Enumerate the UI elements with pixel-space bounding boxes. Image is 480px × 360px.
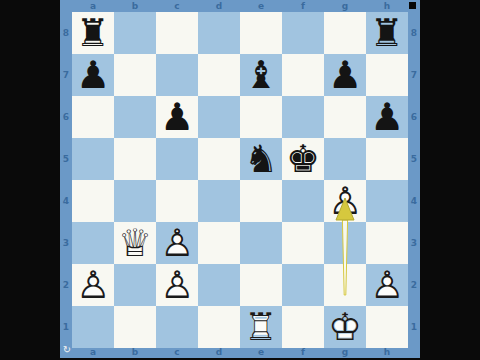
rank-label-3: 3	[60, 222, 72, 264]
knight-glyph: ♞	[240, 138, 282, 180]
rank-label-3: 3	[408, 222, 420, 264]
rank-label-2: 2	[408, 264, 420, 306]
square-g8[interactable]	[324, 12, 366, 54]
square-e1[interactable]: ♜♖	[240, 306, 282, 348]
square-e3[interactable]	[240, 222, 282, 264]
rank-label-1: 1	[408, 306, 420, 348]
square-e2[interactable]	[240, 264, 282, 306]
king-outline-glyph: ♔	[324, 306, 366, 348]
square-b5[interactable]	[114, 138, 156, 180]
rank-label-8: 8	[408, 12, 420, 54]
rank-label-7: 7	[60, 54, 72, 96]
king-glyph: ♚	[282, 138, 324, 180]
file-label-f: f	[282, 0, 324, 12]
square-e6[interactable]	[240, 96, 282, 138]
square-a1[interactable]	[72, 306, 114, 348]
square-d2[interactable]	[198, 264, 240, 306]
video-frame: abcdefgh abcdefgh 87654321 87654321 ♜♜♟♝…	[0, 0, 480, 360]
square-b2[interactable]	[114, 264, 156, 306]
square-g2[interactable]	[324, 264, 366, 306]
pawn-outline-glyph: ♙	[156, 264, 198, 306]
square-b6[interactable]	[114, 96, 156, 138]
white-pawn-c3[interactable]: ♟♙	[156, 222, 198, 264]
white-queen-b3[interactable]: ♛♕	[114, 222, 156, 264]
rank-label-4: 4	[60, 180, 72, 222]
corner-marker-icon	[409, 2, 416, 9]
black-pawn-h6[interactable]: ♟	[366, 96, 408, 138]
square-a8[interactable]: ♜	[72, 12, 114, 54]
white-rook-e1[interactable]: ♜♖	[240, 306, 282, 348]
rank-label-1: 1	[60, 306, 72, 348]
rank-label-6: 6	[60, 96, 72, 138]
pawn-outline-glyph: ♙	[366, 264, 408, 306]
chess-board: abcdefgh abcdefgh 87654321 87654321 ♜♜♟♝…	[60, 0, 420, 358]
file-label-d: d	[198, 0, 240, 12]
square-b1[interactable]	[114, 306, 156, 348]
square-d8[interactable]	[198, 12, 240, 54]
rank-label-6: 6	[408, 96, 420, 138]
square-g3[interactable]	[324, 222, 366, 264]
square-g4[interactable]: ♟♙	[324, 180, 366, 222]
rank-label-4: 4	[408, 180, 420, 222]
square-a6[interactable]	[72, 96, 114, 138]
square-h4[interactable]	[366, 180, 408, 222]
square-c2[interactable]: ♟♙	[156, 264, 198, 306]
square-c6[interactable]: ♟	[156, 96, 198, 138]
pawn-outline-glyph: ♙	[72, 264, 114, 306]
square-h5[interactable]	[366, 138, 408, 180]
square-g1[interactable]: ♚♔	[324, 306, 366, 348]
pawn-outline-glyph: ♙	[156, 222, 198, 264]
square-f4[interactable]	[282, 180, 324, 222]
white-pawn-a2[interactable]: ♟♙	[72, 264, 114, 306]
rook-glyph: ♜	[72, 12, 114, 54]
black-bishop-e7[interactable]: ♝	[240, 54, 282, 96]
rank-label-8: 8	[60, 12, 72, 54]
square-f5[interactable]: ♚	[282, 138, 324, 180]
square-d3[interactable]	[198, 222, 240, 264]
square-g5[interactable]	[324, 138, 366, 180]
square-b3[interactable]: ♛♕	[114, 222, 156, 264]
square-d7[interactable]	[198, 54, 240, 96]
square-f6[interactable]	[282, 96, 324, 138]
square-a5[interactable]	[72, 138, 114, 180]
pawn-glyph: ♟	[156, 96, 198, 138]
square-c1[interactable]	[156, 306, 198, 348]
square-f8[interactable]	[282, 12, 324, 54]
flip-board-icon[interactable]: ↻	[61, 344, 73, 356]
square-h8[interactable]: ♜	[366, 12, 408, 54]
square-e8[interactable]	[240, 12, 282, 54]
square-a2[interactable]: ♟♙	[72, 264, 114, 306]
square-a7[interactable]: ♟	[72, 54, 114, 96]
black-pawn-c6[interactable]: ♟	[156, 96, 198, 138]
square-e7[interactable]: ♝	[240, 54, 282, 96]
square-c3[interactable]: ♟♙	[156, 222, 198, 264]
black-rook-h8[interactable]: ♜	[366, 12, 408, 54]
black-pawn-g7[interactable]: ♟	[324, 54, 366, 96]
square-c8[interactable]	[156, 12, 198, 54]
white-pawn-c2[interactable]: ♟♙	[156, 264, 198, 306]
square-f1[interactable]	[282, 306, 324, 348]
pawn-glyph: ♟	[72, 54, 114, 96]
square-e4[interactable]	[240, 180, 282, 222]
square-f3[interactable]	[282, 222, 324, 264]
board-grid: ♜♜♟♝♟♟♟♞♚♟♙♛♕♟♙♟♙♟♙♟♙♜♖♚♔	[72, 12, 408, 348]
square-c4[interactable]	[156, 180, 198, 222]
black-knight-e5[interactable]: ♞	[240, 138, 282, 180]
bishop-glyph: ♝	[240, 54, 282, 96]
square-h6[interactable]: ♟	[366, 96, 408, 138]
square-b7[interactable]	[114, 54, 156, 96]
square-h7[interactable]	[366, 54, 408, 96]
pawn-glyph: ♟	[324, 54, 366, 96]
square-c7[interactable]	[156, 54, 198, 96]
rank-label-2: 2	[60, 264, 72, 306]
file-label-c: c	[156, 0, 198, 12]
square-g7[interactable]: ♟	[324, 54, 366, 96]
rank-labels-right: 87654321	[408, 12, 420, 348]
square-h1[interactable]	[366, 306, 408, 348]
square-d5[interactable]	[198, 138, 240, 180]
square-a4[interactable]	[72, 180, 114, 222]
pawn-glyph: ♟	[366, 96, 408, 138]
file-label-e: e	[240, 0, 282, 12]
white-pawn-g4[interactable]: ♟♙	[324, 180, 366, 222]
rank-label-5: 5	[60, 138, 72, 180]
rank-labels-left: 87654321	[60, 12, 72, 348]
square-e5[interactable]: ♞	[240, 138, 282, 180]
square-d4[interactable]	[198, 180, 240, 222]
square-d1[interactable]	[198, 306, 240, 348]
square-b4[interactable]	[114, 180, 156, 222]
rook-outline-glyph: ♖	[240, 306, 282, 348]
square-h3[interactable]	[366, 222, 408, 264]
white-pawn-h2[interactable]: ♟♙	[366, 264, 408, 306]
file-labels-top: abcdefgh	[72, 0, 408, 12]
square-c5[interactable]	[156, 138, 198, 180]
pawn-outline-glyph: ♙	[324, 180, 366, 222]
black-rook-a8[interactable]: ♜	[72, 12, 114, 54]
square-b8[interactable]	[114, 12, 156, 54]
black-king-f5[interactable]: ♚	[282, 138, 324, 180]
queen-outline-glyph: ♕	[114, 222, 156, 264]
square-d6[interactable]	[198, 96, 240, 138]
black-pawn-a7[interactable]: ♟	[72, 54, 114, 96]
rank-label-7: 7	[408, 54, 420, 96]
square-a3[interactable]	[72, 222, 114, 264]
rank-label-5: 5	[408, 138, 420, 180]
white-king-g1[interactable]: ♚♔	[324, 306, 366, 348]
square-h2[interactable]: ♟♙	[366, 264, 408, 306]
rook-glyph: ♜	[366, 12, 408, 54]
file-label-b: b	[114, 0, 156, 12]
square-g6[interactable]	[324, 96, 366, 138]
square-f7[interactable]	[282, 54, 324, 96]
square-f2[interactable]	[282, 264, 324, 306]
file-label-g: g	[324, 0, 366, 12]
